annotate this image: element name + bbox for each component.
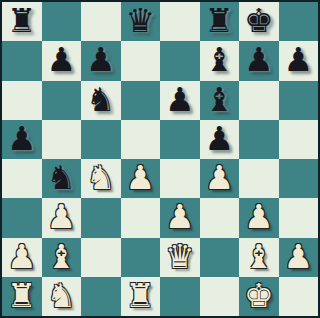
black-king-icon: ♚: [244, 4, 274, 37]
square-b8[interactable]: [42, 2, 82, 41]
square-f1[interactable]: [200, 277, 240, 316]
square-c7[interactable]: ♟: [81, 41, 121, 80]
square-g5[interactable]: [239, 120, 279, 159]
square-g4[interactable]: [239, 159, 279, 198]
square-a8[interactable]: ♜: [2, 2, 42, 41]
black-bishop-icon: ♝: [204, 43, 234, 76]
black-rook-icon: ♜: [7, 4, 37, 37]
white-pawn-icon: ♟: [46, 200, 76, 233]
white-pawn-icon: ♟: [244, 200, 274, 233]
square-e3[interactable]: ♟: [160, 198, 200, 237]
square-c8[interactable]: [81, 2, 121, 41]
square-g7[interactable]: ♟: [239, 41, 279, 80]
square-g2[interactable]: ♝: [239, 238, 279, 277]
white-pawn-icon: ♟: [204, 161, 234, 194]
square-b3[interactable]: ♟: [42, 198, 82, 237]
white-queen-icon: ♛: [165, 240, 195, 273]
square-g1[interactable]: ♚: [239, 277, 279, 316]
black-pawn-icon: ♟: [244, 43, 274, 76]
black-pawn-icon: ♟: [7, 122, 37, 155]
white-knight-icon: ♞: [46, 279, 76, 312]
square-f4[interactable]: ♟: [200, 159, 240, 198]
black-pawn-icon: ♟: [283, 43, 313, 76]
square-a7[interactable]: [2, 41, 42, 80]
square-e1[interactable]: [160, 277, 200, 316]
square-d4[interactable]: ♟: [121, 159, 161, 198]
white-pawn-icon: ♟: [7, 240, 37, 273]
square-d6[interactable]: [121, 81, 161, 120]
white-rook-icon: ♜: [7, 279, 37, 312]
square-d2[interactable]: [121, 238, 161, 277]
white-pawn-icon: ♟: [165, 200, 195, 233]
square-e4[interactable]: [160, 159, 200, 198]
square-c5[interactable]: [81, 120, 121, 159]
square-h4[interactable]: [279, 159, 319, 198]
white-bishop-icon: ♝: [46, 240, 76, 273]
square-a6[interactable]: [2, 81, 42, 120]
square-c2[interactable]: [81, 238, 121, 277]
black-pawn-icon: ♟: [165, 83, 195, 116]
white-rook-icon: ♜: [125, 279, 155, 312]
square-d3[interactable]: [121, 198, 161, 237]
square-a3[interactable]: [2, 198, 42, 237]
square-a2[interactable]: ♟: [2, 238, 42, 277]
white-king-icon: ♚: [244, 279, 274, 312]
square-d1[interactable]: ♜: [121, 277, 161, 316]
square-b5[interactable]: [42, 120, 82, 159]
square-f8[interactable]: ♜: [200, 2, 240, 41]
square-a1[interactable]: ♜: [2, 277, 42, 316]
square-c6[interactable]: ♞: [81, 81, 121, 120]
square-h7[interactable]: ♟: [279, 41, 319, 80]
square-a4[interactable]: [2, 159, 42, 198]
white-bishop-icon: ♝: [244, 240, 274, 273]
square-a5[interactable]: ♟: [2, 120, 42, 159]
square-f6[interactable]: ♝: [200, 81, 240, 120]
square-h6[interactable]: [279, 81, 319, 120]
black-knight-icon: ♞: [46, 161, 76, 194]
black-pawn-icon: ♟: [204, 122, 234, 155]
black-bishop-icon: ♝: [204, 83, 234, 116]
square-b4[interactable]: ♞: [42, 159, 82, 198]
black-pawn-icon: ♟: [86, 43, 116, 76]
square-f3[interactable]: [200, 198, 240, 237]
square-g8[interactable]: ♚: [239, 2, 279, 41]
square-e8[interactable]: [160, 2, 200, 41]
square-f5[interactable]: ♟: [200, 120, 240, 159]
square-b6[interactable]: [42, 81, 82, 120]
black-knight-icon: ♞: [86, 83, 116, 116]
square-e7[interactable]: [160, 41, 200, 80]
square-e5[interactable]: [160, 120, 200, 159]
square-h2[interactable]: ♟: [279, 238, 319, 277]
square-b1[interactable]: ♞: [42, 277, 82, 316]
black-pawn-icon: ♟: [46, 43, 76, 76]
white-pawn-icon: ♟: [283, 240, 313, 273]
square-d8[interactable]: ♛: [121, 2, 161, 41]
black-rook-icon: ♜: [204, 4, 234, 37]
square-h5[interactable]: [279, 120, 319, 159]
square-c3[interactable]: [81, 198, 121, 237]
white-pawn-icon: ♟: [125, 161, 155, 194]
square-h1[interactable]: [279, 277, 319, 316]
square-b7[interactable]: ♟: [42, 41, 82, 80]
white-knight-icon: ♞: [86, 161, 116, 194]
square-g3[interactable]: ♟: [239, 198, 279, 237]
square-b2[interactable]: ♝: [42, 238, 82, 277]
square-e2[interactable]: ♛: [160, 238, 200, 277]
black-queen-icon: ♛: [125, 4, 155, 37]
chess-diagram: ♜♛♜♚♟♟♝♟♟♞♟♝♟♟♞♞♟♟♟♟♟♟♝♛♝♟♜♞♜♚: [0, 0, 320, 318]
square-f7[interactable]: ♝: [200, 41, 240, 80]
square-g6[interactable]: [239, 81, 279, 120]
square-h3[interactable]: [279, 198, 319, 237]
square-h8[interactable]: [279, 2, 319, 41]
square-f2[interactable]: [200, 238, 240, 277]
square-d5[interactable]: [121, 120, 161, 159]
square-e6[interactable]: ♟: [160, 81, 200, 120]
chess-board: ♜♛♜♚♟♟♝♟♟♞♟♝♟♟♞♞♟♟♟♟♟♟♝♛♝♟♜♞♜♚: [0, 0, 320, 318]
square-c4[interactable]: ♞: [81, 159, 121, 198]
square-c1[interactable]: [81, 277, 121, 316]
square-d7[interactable]: [121, 41, 161, 80]
